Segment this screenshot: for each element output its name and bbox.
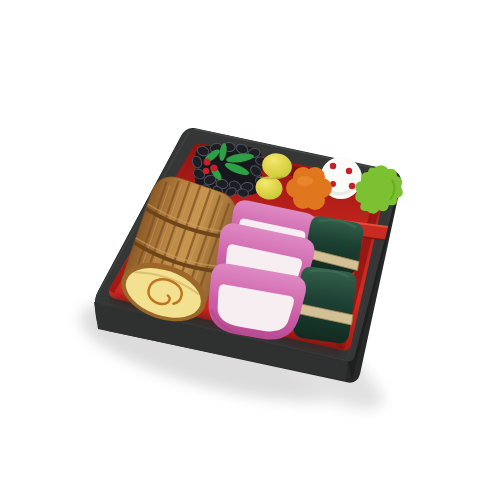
osechi-figurine-photo	[0, 0, 500, 500]
blossom-highlight	[297, 176, 313, 186]
photo-stage	[0, 0, 500, 500]
